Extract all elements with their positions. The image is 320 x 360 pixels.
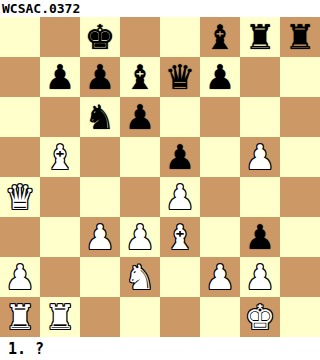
square-f6[interactable] [200, 97, 240, 137]
piece-black-bishop: ♝ [120, 57, 160, 97]
square-c1[interactable] [80, 297, 120, 337]
square-f3[interactable] [200, 217, 240, 257]
piece-black-king: ♚ [80, 17, 120, 57]
footer: 1. ? [0, 337, 320, 360]
square-d4[interactable] [120, 177, 160, 217]
square-b8[interactable] [40, 17, 80, 57]
square-c7[interactable]: ♟ [80, 57, 120, 97]
piece-white-king: ♚ [240, 297, 280, 337]
piece-black-pawn: ♟ [80, 57, 120, 97]
square-h8[interactable]: ♜ [280, 17, 320, 57]
square-a7[interactable] [0, 57, 40, 97]
piece-white-pawn: ♟ [0, 257, 40, 297]
square-c5[interactable] [80, 137, 120, 177]
square-b1[interactable]: ♜ [40, 297, 80, 337]
square-e2[interactable] [160, 257, 200, 297]
square-b2[interactable] [40, 257, 80, 297]
square-g1[interactable]: ♚ [240, 297, 280, 337]
square-b3[interactable] [40, 217, 80, 257]
square-h3[interactable] [280, 217, 320, 257]
piece-white-bishop: ♝ [40, 137, 80, 177]
square-g4[interactable] [240, 177, 280, 217]
square-g3[interactable]: ♟ [240, 217, 280, 257]
square-c8[interactable]: ♚ [80, 17, 120, 57]
piece-black-queen: ♛ [160, 57, 200, 97]
chess-board: ♚♝♜♜♟♟♝♛♟♞♟♝♟♟♛♟♟♟♝♟♟♞♟♟♜♜♚ [0, 17, 320, 337]
square-c2[interactable] [80, 257, 120, 297]
square-f5[interactable] [200, 137, 240, 177]
square-a4[interactable]: ♛ [0, 177, 40, 217]
square-c3[interactable]: ♟ [80, 217, 120, 257]
square-e8[interactable] [160, 17, 200, 57]
piece-white-rook: ♜ [40, 297, 80, 337]
piece-black-pawn: ♟ [120, 97, 160, 137]
square-g5[interactable]: ♟ [240, 137, 280, 177]
square-a8[interactable] [0, 17, 40, 57]
square-e5[interactable]: ♟ [160, 137, 200, 177]
square-h2[interactable] [280, 257, 320, 297]
square-a2[interactable]: ♟ [0, 257, 40, 297]
piece-white-pawn: ♟ [200, 257, 240, 297]
square-d3[interactable]: ♟ [120, 217, 160, 257]
square-b7[interactable]: ♟ [40, 57, 80, 97]
square-f2[interactable]: ♟ [200, 257, 240, 297]
piece-black-pawn: ♟ [240, 217, 280, 257]
square-g2[interactable]: ♟ [240, 257, 280, 297]
header: WCSAC.0372 [0, 0, 320, 17]
square-f7[interactable]: ♟ [200, 57, 240, 97]
piece-black-pawn: ♟ [40, 57, 80, 97]
square-c4[interactable] [80, 177, 120, 217]
piece-black-pawn: ♟ [200, 57, 240, 97]
square-g6[interactable] [240, 97, 280, 137]
square-h1[interactable] [280, 297, 320, 337]
piece-black-bishop: ♝ [200, 17, 240, 57]
piece-black-rook: ♜ [240, 17, 280, 57]
square-g8[interactable]: ♜ [240, 17, 280, 57]
square-h7[interactable] [280, 57, 320, 97]
puzzle-title: WCSAC.0372 [2, 2, 80, 16]
square-f1[interactable] [200, 297, 240, 337]
square-h4[interactable] [280, 177, 320, 217]
square-a5[interactable] [0, 137, 40, 177]
square-h6[interactable] [280, 97, 320, 137]
piece-white-bishop: ♝ [160, 217, 200, 257]
piece-white-pawn: ♟ [80, 217, 120, 257]
move-prompt: 1. ? [8, 340, 44, 358]
square-b6[interactable] [40, 97, 80, 137]
square-d1[interactable] [120, 297, 160, 337]
square-h5[interactable] [280, 137, 320, 177]
square-e7[interactable]: ♛ [160, 57, 200, 97]
square-b4[interactable] [40, 177, 80, 217]
piece-black-knight: ♞ [80, 97, 120, 137]
square-d7[interactable]: ♝ [120, 57, 160, 97]
square-e4[interactable]: ♟ [160, 177, 200, 217]
piece-black-rook: ♜ [280, 17, 320, 57]
piece-white-rook: ♜ [0, 297, 40, 337]
square-d2[interactable]: ♞ [120, 257, 160, 297]
piece-black-pawn: ♟ [160, 137, 200, 177]
square-a6[interactable] [0, 97, 40, 137]
square-g7[interactable] [240, 57, 280, 97]
square-a3[interactable] [0, 217, 40, 257]
square-e3[interactable]: ♝ [160, 217, 200, 257]
piece-white-pawn: ♟ [240, 257, 280, 297]
square-b5[interactable]: ♝ [40, 137, 80, 177]
piece-white-pawn: ♟ [240, 137, 280, 177]
square-a1[interactable]: ♜ [0, 297, 40, 337]
square-f8[interactable]: ♝ [200, 17, 240, 57]
piece-white-knight: ♞ [120, 257, 160, 297]
square-d8[interactable] [120, 17, 160, 57]
square-d5[interactable] [120, 137, 160, 177]
piece-white-pawn: ♟ [160, 177, 200, 217]
square-e1[interactable] [160, 297, 200, 337]
piece-white-queen: ♛ [0, 177, 40, 217]
piece-white-pawn: ♟ [120, 217, 160, 257]
square-d6[interactable]: ♟ [120, 97, 160, 137]
square-c6[interactable]: ♞ [80, 97, 120, 137]
square-f4[interactable] [200, 177, 240, 217]
square-e6[interactable] [160, 97, 200, 137]
